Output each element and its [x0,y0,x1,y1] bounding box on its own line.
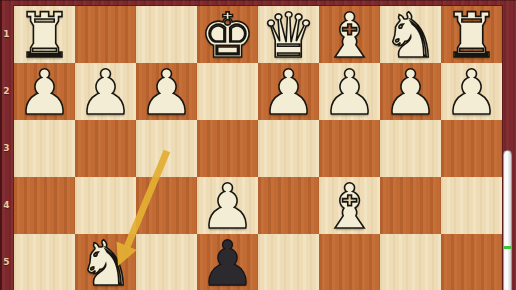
square-b1[interactable]: ♞ [380,6,441,63]
square-a5[interactable] [441,234,502,290]
square-g1[interactable] [75,6,136,63]
square-b4[interactable] [380,177,441,234]
piece-white-rook-a1[interactable]: ♜ [444,8,500,63]
piece-white-king-e1[interactable]: ♚ [200,8,256,63]
square-d5[interactable] [258,234,319,290]
rank-label-3: 3 [0,143,13,153]
square-c4[interactable]: ♝ [319,177,380,234]
rank-label-4: 4 [0,200,13,210]
square-h5[interactable] [14,234,75,290]
rank-coordinates: 1 2 3 4 5 [0,0,14,290]
square-f4[interactable] [136,177,197,234]
piece-white-rook-h1[interactable]: ♜ [17,8,73,63]
square-g2[interactable]: ♟ [75,63,136,120]
square-d1[interactable]: ♛ [258,6,319,63]
square-h1[interactable]: ♜ [14,6,75,63]
square-a1[interactable]: ♜ [441,6,502,63]
square-c1[interactable]: ♝ [319,6,380,63]
piece-white-bishop-c1[interactable]: ♝ [322,8,378,63]
piece-white-knight-b1[interactable]: ♞ [383,8,439,63]
piece-white-knight-g5[interactable]: ♞ [78,236,134,290]
square-h4[interactable] [14,177,75,234]
piece-white-pawn-c2[interactable]: ♟ [322,65,378,120]
piece-white-pawn-g2[interactable]: ♟ [78,65,134,120]
square-g4[interactable] [75,177,136,234]
square-a4[interactable] [441,177,502,234]
square-c2[interactable]: ♟ [319,63,380,120]
chess-app: 1 2 3 4 5 ♜♚♛♝♞♜♟♟♟♟♟♟♟♟♝♞♟ [0,0,516,290]
square-h2[interactable]: ♟ [14,63,75,120]
square-b2[interactable]: ♟ [380,63,441,120]
square-f2[interactable]: ♟ [136,63,197,120]
piece-white-pawn-f2[interactable]: ♟ [139,65,195,120]
square-d2[interactable]: ♟ [258,63,319,120]
piece-white-pawn-e4[interactable]: ♟ [200,179,256,234]
piece-white-pawn-a2[interactable]: ♟ [444,65,500,120]
rank-label-5: 5 [0,257,13,267]
rank-label-2: 2 [0,86,13,96]
square-a2[interactable]: ♟ [441,63,502,120]
square-d4[interactable] [258,177,319,234]
square-f5[interactable] [136,234,197,290]
square-e4[interactable]: ♟ [197,177,258,234]
slider-green-marker [504,246,511,249]
square-e3[interactable] [197,120,258,177]
square-b5[interactable] [380,234,441,290]
piece-white-pawn-d2[interactable]: ♟ [261,65,317,120]
square-e1[interactable]: ♚ [197,6,258,63]
piece-white-queen-d1[interactable]: ♛ [261,8,317,63]
square-g5[interactable]: ♞ [75,234,136,290]
right-slider-thumb[interactable] [503,150,512,290]
piece-white-bishop-c4[interactable]: ♝ [322,179,378,234]
rank-label-1: 1 [0,29,13,39]
piece-white-pawn-h2[interactable]: ♟ [17,65,73,120]
piece-black-pawn-e5[interactable]: ♟ [200,236,256,290]
square-f1[interactable] [136,6,197,63]
square-e5[interactable]: ♟ [197,234,258,290]
piece-white-pawn-b2[interactable]: ♟ [383,65,439,120]
chess-board: ♜♚♛♝♞♜♟♟♟♟♟♟♟♟♝♞♟ [14,6,502,290]
